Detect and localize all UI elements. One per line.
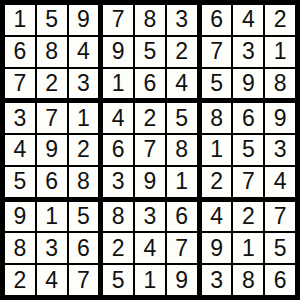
cell-r8c4[interactable]: 2 (103, 233, 133, 263)
cell-r1c4[interactable]: 7 (103, 5, 133, 35)
cell-r7c6[interactable]: 6 (167, 202, 197, 232)
cell-r6c6[interactable]: 1 (167, 167, 197, 197)
cell-r4c6[interactable]: 5 (167, 103, 197, 133)
cell-r6c3[interactable]: 8 (69, 167, 99, 197)
cell-r5c2[interactable]: 9 (37, 135, 67, 165)
cell-r6c4[interactable]: 3 (103, 167, 133, 197)
cell-r6c2[interactable]: 6 (37, 167, 67, 197)
box-5: 425678391 (103, 103, 196, 196)
cell-r2c8[interactable]: 3 (233, 37, 263, 67)
cell-r9c5[interactable]: 1 (135, 265, 165, 295)
cell-r4c3[interactable]: 1 (69, 103, 99, 133)
cell-r8c5[interactable]: 4 (135, 233, 165, 263)
cell-r1c2[interactable]: 5 (37, 5, 67, 35)
cell-r7c5[interactable]: 3 (135, 202, 165, 232)
cell-r8c8[interactable]: 1 (233, 233, 263, 263)
cell-r1c6[interactable]: 3 (167, 5, 197, 35)
cell-r9c2[interactable]: 4 (37, 265, 67, 295)
cell-r3c5[interactable]: 6 (135, 69, 165, 99)
cell-r1c5[interactable]: 8 (135, 5, 165, 35)
cell-r9c9[interactable]: 6 (265, 265, 295, 295)
cell-r5c3[interactable]: 2 (69, 135, 99, 165)
cell-r7c7[interactable]: 4 (202, 202, 232, 232)
cell-r6c5[interactable]: 9 (135, 167, 165, 197)
cell-r2c5[interactable]: 5 (135, 37, 165, 67)
cell-r6c8[interactable]: 7 (233, 167, 263, 197)
cell-r4c1[interactable]: 3 (5, 103, 35, 133)
cell-r5c8[interactable]: 5 (233, 135, 263, 165)
box-2: 783952164 (103, 5, 196, 98)
cell-r2c9[interactable]: 1 (265, 37, 295, 67)
cell-r8c3[interactable]: 6 (69, 233, 99, 263)
cell-r2c3[interactable]: 4 (69, 37, 99, 67)
cell-r2c4[interactable]: 9 (103, 37, 133, 67)
cell-r2c6[interactable]: 2 (167, 37, 197, 67)
cell-r4c9[interactable]: 9 (265, 103, 295, 133)
cell-r7c8[interactable]: 2 (233, 202, 263, 232)
cell-r8c9[interactable]: 5 (265, 233, 295, 263)
cell-r3c8[interactable]: 9 (233, 69, 263, 99)
box-1: 159684723 (5, 5, 98, 98)
box-9: 427915386 (202, 202, 295, 295)
cell-r3c9[interactable]: 8 (265, 69, 295, 99)
cell-r1c3[interactable]: 9 (69, 5, 99, 35)
cell-r2c7[interactable]: 7 (202, 37, 232, 67)
box-8: 836247519 (103, 202, 196, 295)
cell-r4c4[interactable]: 4 (103, 103, 133, 133)
cell-r7c2[interactable]: 1 (37, 202, 67, 232)
cell-r3c4[interactable]: 1 (103, 69, 133, 99)
cell-r7c3[interactable]: 5 (69, 202, 99, 232)
box-7: 915836247 (5, 202, 98, 295)
cell-r6c9[interactable]: 4 (265, 167, 295, 197)
cell-r7c4[interactable]: 8 (103, 202, 133, 232)
cell-r9c1[interactable]: 2 (5, 265, 35, 295)
cell-r9c4[interactable]: 5 (103, 265, 133, 295)
cell-r1c9[interactable]: 2 (265, 5, 295, 35)
box-3: 642731598 (202, 5, 295, 98)
cell-r9c3[interactable]: 7 (69, 265, 99, 295)
cell-r1c1[interactable]: 1 (5, 5, 35, 35)
cell-r2c2[interactable]: 8 (37, 37, 67, 67)
cell-r2c1[interactable]: 6 (5, 37, 35, 67)
cell-r5c1[interactable]: 4 (5, 135, 35, 165)
sudoku-board: 159684723 783952164 642731598 371492568 … (0, 0, 300, 300)
cell-r4c7[interactable]: 8 (202, 103, 232, 133)
cell-r3c2[interactable]: 2 (37, 69, 67, 99)
cell-r5c4[interactable]: 6 (103, 135, 133, 165)
cell-r7c9[interactable]: 7 (265, 202, 295, 232)
cell-r8c7[interactable]: 9 (202, 233, 232, 263)
cell-r3c7[interactable]: 5 (202, 69, 232, 99)
cell-r8c6[interactable]: 7 (167, 233, 197, 263)
cell-r3c3[interactable]: 3 (69, 69, 99, 99)
cell-r4c5[interactable]: 2 (135, 103, 165, 133)
cell-r1c7[interactable]: 6 (202, 5, 232, 35)
cell-r5c5[interactable]: 7 (135, 135, 165, 165)
cell-r8c1[interactable]: 8 (5, 233, 35, 263)
cell-r1c8[interactable]: 4 (233, 5, 263, 35)
cell-r9c6[interactable]: 9 (167, 265, 197, 295)
cell-r6c7[interactable]: 2 (202, 167, 232, 197)
cell-r8c2[interactable]: 3 (37, 233, 67, 263)
box-6: 869153274 (202, 103, 295, 196)
cell-r5c6[interactable]: 8 (167, 135, 197, 165)
cell-r7c1[interactable]: 9 (5, 202, 35, 232)
cell-r3c1[interactable]: 7 (5, 69, 35, 99)
cell-r4c2[interactable]: 7 (37, 103, 67, 133)
cell-r5c7[interactable]: 1 (202, 135, 232, 165)
cell-r4c8[interactable]: 6 (233, 103, 263, 133)
cell-r6c1[interactable]: 5 (5, 167, 35, 197)
cell-r9c8[interactable]: 8 (233, 265, 263, 295)
cell-r9c7[interactable]: 3 (202, 265, 232, 295)
box-4: 371492568 (5, 103, 98, 196)
cell-r5c9[interactable]: 3 (265, 135, 295, 165)
cell-r3c6[interactable]: 4 (167, 69, 197, 99)
